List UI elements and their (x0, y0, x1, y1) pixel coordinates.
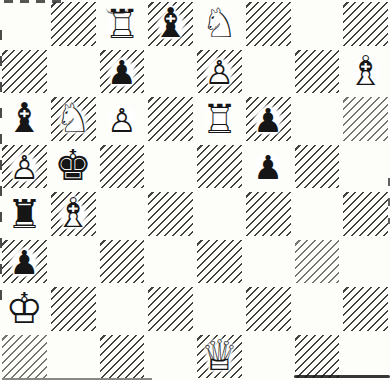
square-d2 (146, 285, 195, 333)
square-f7 (244, 48, 293, 96)
square-h4 (341, 190, 390, 238)
piece-white-pawn-c6: ♙ (101, 95, 143, 142)
square-f8 (244, 0, 293, 48)
piece-black-pawn-f5: ♟ (247, 143, 289, 190)
piece-black-bishop-a6: ♝ (3, 97, 45, 141)
square-h8 (341, 0, 390, 48)
piece-white-knight-e8: ♘ (198, 2, 240, 46)
square-e7: ♙ (195, 48, 244, 96)
square-h7: ♗ (341, 48, 390, 96)
square-a6: ♝ (0, 95, 49, 143)
square-b6: ♘ (49, 95, 98, 143)
square-a3: ♟ (0, 238, 49, 286)
square-d4 (146, 190, 195, 238)
square-h3 (341, 238, 390, 286)
square-d5 (146, 143, 195, 191)
square-h2 (341, 285, 390, 333)
square-g2 (293, 285, 342, 333)
square-c7: ♟ (98, 48, 147, 96)
chess-diagram-page: ♖♝♘♟♙♗♝♘♙♖♟♙♚♟♜♗♟♔♕ (0, 0, 390, 380)
square-g6 (293, 95, 342, 143)
square-d6 (146, 95, 195, 143)
piece-white-queen-e1: ♕ (198, 334, 240, 378)
square-g5 (293, 143, 342, 191)
square-b7 (49, 48, 98, 96)
square-e6: ♖ (195, 95, 244, 143)
square-d1 (146, 333, 195, 380)
piece-white-knight-b6: ♘ (52, 97, 94, 141)
square-a4: ♜ (0, 190, 49, 238)
square-b5: ♚ (49, 143, 98, 191)
square-f4 (244, 190, 293, 238)
piece-black-pawn-c7: ♟ (101, 48, 143, 95)
square-f2 (244, 285, 293, 333)
piece-black-rook-a4: ♜ (3, 192, 45, 236)
piece-black-bishop-d8: ♝ (150, 2, 192, 46)
square-e8: ♘ (195, 0, 244, 48)
square-f5: ♟ (244, 143, 293, 191)
square-g7 (293, 48, 342, 96)
square-c3 (98, 238, 147, 286)
square-f3 (244, 238, 293, 286)
piece-white-rook-c8: ♖ (101, 2, 143, 46)
square-e3 (195, 238, 244, 286)
square-e1: ♕ (195, 333, 244, 380)
square-c1 (98, 333, 147, 380)
square-b1 (49, 333, 98, 380)
piece-white-bishop-b4: ♗ (52, 192, 94, 236)
square-f6: ♟ (244, 95, 293, 143)
piece-black-king-b5: ♚ (52, 144, 94, 188)
square-a8 (0, 0, 49, 48)
square-c5 (98, 143, 147, 191)
square-d7 (146, 48, 195, 96)
piece-white-bishop-h7: ♗ (345, 49, 387, 93)
square-a1 (0, 333, 49, 380)
square-c6: ♙ (98, 95, 147, 143)
square-b3 (49, 238, 98, 286)
piece-white-rook-e6: ♖ (198, 97, 240, 141)
square-c2 (98, 285, 147, 333)
square-g3 (293, 238, 342, 286)
square-e5 (195, 143, 244, 191)
square-b2 (49, 285, 98, 333)
square-f1 (244, 333, 293, 380)
piece-white-king-a2: ♔ (3, 287, 45, 331)
square-b4: ♗ (49, 190, 98, 238)
piece-black-pawn-f6: ♟ (247, 95, 289, 142)
square-e4 (195, 190, 244, 238)
square-d3 (146, 238, 195, 286)
square-c4 (98, 190, 147, 238)
square-h6 (341, 95, 390, 143)
square-b8 (49, 0, 98, 48)
square-d8: ♝ (146, 0, 195, 48)
piece-black-pawn-a3: ♟ (3, 238, 45, 285)
square-g4 (293, 190, 342, 238)
square-a2: ♔ (0, 285, 49, 333)
piece-white-pawn-e7: ♙ (198, 48, 240, 95)
piece-white-pawn-a5: ♙ (3, 143, 45, 190)
chess-board: ♖♝♘♟♙♗♝♘♙♖♟♙♚♟♜♗♟♔♕ (0, 0, 390, 380)
square-h1 (341, 333, 390, 380)
square-a7 (0, 48, 49, 96)
square-a5: ♙ (0, 143, 49, 191)
square-c8: ♖ (98, 0, 147, 48)
square-e2 (195, 285, 244, 333)
square-g1 (293, 333, 342, 380)
square-h5 (341, 143, 390, 191)
square-g8 (293, 0, 342, 48)
